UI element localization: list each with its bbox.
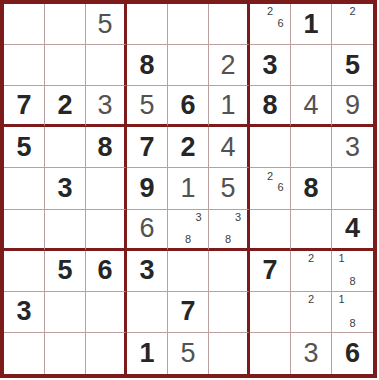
- given-digit: 6: [168, 86, 208, 124]
- cell-r7c9[interactable]: 18: [332, 251, 373, 292]
- given-digit: 6: [86, 251, 124, 291]
- pencil-marks: 26: [254, 170, 286, 205]
- cell-r6c4[interactable]: 6: [127, 210, 168, 251]
- entry-digit: 5: [86, 4, 124, 44]
- cell-r7c7[interactable]: 7: [250, 251, 291, 292]
- cell-r4c1[interactable]: 5: [4, 127, 45, 168]
- cell-r8c6[interactable]: [209, 292, 250, 333]
- pencil-marks: 18: [336, 253, 369, 288]
- entry-digit: 5: [209, 168, 247, 208]
- cell-r5c5[interactable]: 1: [168, 168, 209, 209]
- given-digit: 5: [332, 45, 373, 85]
- pencil-marks: 26: [254, 6, 286, 41]
- cell-r3c2[interactable]: 2: [45, 86, 86, 127]
- cell-r1c8[interactable]: 1: [291, 4, 332, 45]
- cell-r1c6[interactable]: [209, 4, 250, 45]
- pencil-mark: 3: [193, 212, 204, 223]
- pencil-mark: 2: [306, 253, 317, 265]
- entry-digit: 4: [209, 127, 247, 167]
- cell-r2c7[interactable]: 3: [250, 45, 291, 86]
- given-digit: 8: [86, 127, 124, 167]
- entry-digit: 5: [168, 333, 208, 374]
- cell-r2c4[interactable]: 8: [127, 45, 168, 86]
- cell-r7c4[interactable]: 3: [127, 251, 168, 292]
- cell-r6c6[interactable]: 38: [209, 210, 250, 251]
- cell-r6c9[interactable]: 4: [332, 210, 373, 251]
- cell-r5c2[interactable]: 3: [45, 168, 86, 209]
- cell-r8c1[interactable]: 3: [4, 292, 45, 333]
- entry-digit: 6: [127, 210, 167, 248]
- cell-r5c3[interactable]: [86, 168, 127, 209]
- pencil-mark: 8: [223, 234, 233, 245]
- cell-r8c5[interactable]: 7: [168, 292, 209, 333]
- cell-r3c6[interactable]: 1: [209, 86, 250, 127]
- given-digit: 1: [291, 4, 331, 44]
- cell-r7c5[interactable]: [168, 251, 209, 292]
- cell-r8c3[interactable]: [86, 292, 127, 333]
- entry-digit: 1: [168, 168, 208, 208]
- cell-r9c3[interactable]: [86, 333, 127, 374]
- pencil-mark: 1: [336, 253, 347, 265]
- given-digit: 9: [127, 168, 167, 208]
- cell-r4c7[interactable]: [250, 127, 291, 168]
- cell-r5c6[interactable]: 5: [209, 168, 250, 209]
- cell-r8c4[interactable]: [127, 292, 168, 333]
- cell-r2c2[interactable]: [45, 45, 86, 86]
- given-digit: 2: [45, 86, 85, 124]
- cell-r9c6[interactable]: [209, 333, 250, 374]
- cell-r6c7[interactable]: [250, 210, 291, 251]
- cell-r7c6[interactable]: [209, 251, 250, 292]
- cell-r5c7[interactable]: 26: [250, 168, 291, 209]
- pencil-mark: 2: [265, 170, 276, 182]
- sudoku-board: 5261282357235618495872433915268638384563…: [0, 0, 377, 378]
- cell-r1c1[interactable]: [4, 4, 45, 45]
- cell-r1c7[interactable]: 26: [250, 4, 291, 45]
- cell-r5c1[interactable]: [4, 168, 45, 209]
- entry-digit: 9: [332, 86, 373, 124]
- cell-r1c2[interactable]: [45, 4, 86, 45]
- entry-digit: 2: [209, 45, 247, 85]
- cell-r3c4[interactable]: 5: [127, 86, 168, 127]
- pencil-marks: 38: [172, 212, 204, 245]
- cell-r9c1[interactable]: [4, 333, 45, 374]
- cell-r7c1[interactable]: [4, 251, 45, 292]
- cell-r8c2[interactable]: [45, 292, 86, 333]
- pencil-mark: 3: [233, 212, 243, 223]
- cell-r7c3[interactable]: 6: [86, 251, 127, 292]
- cell-r9c9[interactable]: 6: [332, 333, 373, 374]
- cell-r8c8[interactable]: 2: [291, 292, 332, 333]
- cell-r9c8[interactable]: 3: [291, 333, 332, 374]
- given-digit: 8: [127, 45, 167, 85]
- cell-r3c8[interactable]: 4: [291, 86, 332, 127]
- cell-r6c5[interactable]: 38: [168, 210, 209, 251]
- pencil-mark: 6: [275, 182, 286, 194]
- entry-digit: 5: [127, 86, 167, 124]
- given-digit: 7: [4, 86, 44, 124]
- cell-r4c8[interactable]: [291, 127, 332, 168]
- given-digit: 3: [4, 292, 44, 332]
- cell-r1c5[interactable]: [168, 4, 209, 45]
- cell-r5c4[interactable]: 9: [127, 168, 168, 209]
- cell-r1c4[interactable]: [127, 4, 168, 45]
- cell-r1c9[interactable]: 2: [332, 4, 373, 45]
- given-digit: 8: [291, 168, 331, 208]
- given-digit: 7: [127, 127, 167, 167]
- cell-r7c2[interactable]: 5: [45, 251, 86, 292]
- given-digit: 7: [250, 251, 290, 291]
- pencil-mark: 2: [265, 6, 276, 18]
- given-digit: 3: [45, 168, 85, 208]
- cell-r3c7[interactable]: 8: [250, 86, 291, 127]
- cell-r5c8[interactable]: 8: [291, 168, 332, 209]
- pencil-mark: 8: [347, 317, 358, 329]
- cell-r2c6[interactable]: 2: [209, 45, 250, 86]
- cell-r5c9[interactable]: [332, 168, 373, 209]
- cell-r9c7[interactable]: [250, 333, 291, 374]
- given-digit: 5: [4, 127, 44, 167]
- cell-r4c4[interactable]: 7: [127, 127, 168, 168]
- given-digit: 1: [127, 333, 167, 374]
- cell-r2c9[interactable]: 5: [332, 45, 373, 86]
- given-digit: 5: [45, 251, 85, 291]
- cell-r6c2[interactable]: [45, 210, 86, 251]
- entry-digit: 3: [86, 86, 124, 124]
- cell-r4c6[interactable]: 4: [209, 127, 250, 168]
- pencil-mark: 2: [306, 294, 317, 306]
- cell-r9c4[interactable]: 1: [127, 333, 168, 374]
- cell-r2c5[interactable]: [168, 45, 209, 86]
- entry-digit: 4: [291, 86, 331, 124]
- entry-digit: 1: [209, 86, 247, 124]
- given-digit: 3: [127, 251, 167, 291]
- cell-r7c8[interactable]: 2: [291, 251, 332, 292]
- given-digit: 7: [168, 292, 208, 332]
- cell-r6c3[interactable]: [86, 210, 127, 251]
- cell-r3c3[interactable]: 3: [86, 86, 127, 127]
- cell-r4c3[interactable]: 8: [86, 127, 127, 168]
- pencil-marks: 2: [336, 6, 369, 41]
- entry-digit: 3: [332, 127, 373, 167]
- pencil-mark: 2: [347, 6, 358, 18]
- pencil-mark: 1: [336, 294, 347, 306]
- cell-r4c9[interactable]: 3: [332, 127, 373, 168]
- cell-r9c5[interactable]: 5: [168, 333, 209, 374]
- pencil-mark: 8: [347, 276, 358, 288]
- entry-digit: 3: [291, 333, 331, 374]
- cell-r2c3[interactable]: [86, 45, 127, 86]
- pencil-mark: 8: [183, 234, 194, 245]
- given-digit: 3: [250, 45, 290, 85]
- pencil-marks: 2: [295, 294, 327, 329]
- given-digit: 2: [168, 127, 208, 167]
- pencil-marks: 18: [336, 294, 369, 329]
- cell-r6c8[interactable]: [291, 210, 332, 251]
- given-digit: 4: [332, 210, 373, 248]
- given-digit: 6: [332, 333, 373, 374]
- pencil-marks: 38: [213, 212, 243, 245]
- cell-r2c1[interactable]: [4, 45, 45, 86]
- cell-r6c1[interactable]: [4, 210, 45, 251]
- pencil-mark: 6: [275, 18, 286, 30]
- cell-r9c2[interactable]: [45, 333, 86, 374]
- cell-r8c9[interactable]: 18: [332, 292, 373, 333]
- cell-r1c3[interactable]: 5: [86, 4, 127, 45]
- cell-r3c1[interactable]: 7: [4, 86, 45, 127]
- cell-r3c5[interactable]: 6: [168, 86, 209, 127]
- cell-r2c8[interactable]: [291, 45, 332, 86]
- cell-r4c2[interactable]: [45, 127, 86, 168]
- cell-r8c7[interactable]: [250, 292, 291, 333]
- pencil-marks: 2: [295, 253, 327, 288]
- cell-r3c9[interactable]: 9: [332, 86, 373, 127]
- given-digit: 8: [250, 86, 290, 124]
- cell-r4c5[interactable]: 2: [168, 127, 209, 168]
